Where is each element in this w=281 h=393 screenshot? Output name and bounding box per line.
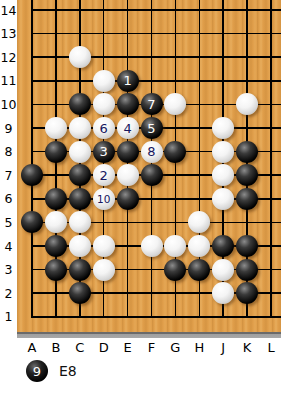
stone-white-F4 [141, 235, 163, 257]
stone-white-C8 [69, 141, 91, 163]
row-label-5: 5 [0, 215, 17, 230]
row-label-2: 2 [0, 286, 17, 301]
stone-white-C12 [69, 46, 91, 68]
stone-black-H3 [188, 259, 210, 281]
stone-white-E9: 4 [117, 117, 139, 139]
stone-white-D6: 10 [93, 188, 115, 210]
stone-white-J8 [212, 141, 234, 163]
stone-white-G4 [164, 235, 186, 257]
stone-black-G3 [164, 259, 186, 281]
stone-black-C2 [69, 282, 91, 304]
col-label-C: C [71, 340, 89, 355]
grid-line-row-1 [31, 316, 281, 318]
move-number-6: 6 [100, 122, 108, 135]
stone-black-K4 [236, 235, 258, 257]
grid-line-row-11 [31, 80, 281, 82]
stone-black-E11: 1 [117, 70, 139, 92]
stone-black-F9: 5 [141, 117, 163, 139]
col-label-H: H [190, 340, 208, 355]
row-label-1: 1 [0, 309, 17, 324]
stone-white-C4 [69, 235, 91, 257]
stone-black-G8 [164, 141, 186, 163]
stone-black-E8 [117, 141, 139, 163]
stone-black-B3 [45, 259, 67, 281]
grid-line-col-A [31, 0, 33, 318]
stone-white-G10 [164, 93, 186, 115]
row-label-10: 10 [0, 97, 17, 112]
footer-move-location: E8 [59, 363, 77, 379]
stone-white-J7 [212, 164, 234, 186]
footer-move-number: 9 [33, 365, 41, 378]
go-kifu-diagram: 1764538210 1413121110987654321 ABCDEFGHJ… [0, 0, 281, 393]
goban: 1764538210 [17, 0, 281, 332]
board-bottom-shadow [17, 332, 281, 338]
row-label-9: 9 [0, 121, 17, 136]
stone-white-D9: 6 [93, 117, 115, 139]
row-label-13: 13 [0, 26, 17, 41]
stone-black-C3 [69, 259, 91, 281]
stone-black-K6 [236, 188, 258, 210]
col-label-B: B [47, 340, 65, 355]
stone-black-C6 [69, 188, 91, 210]
column-labels: ABCDEFGHJKL [0, 340, 281, 355]
stone-white-J2 [212, 282, 234, 304]
col-label-K: K [238, 340, 256, 355]
row-label-12: 12 [0, 50, 17, 65]
stone-black-E6 [117, 188, 139, 210]
move-number-4: 4 [123, 122, 131, 135]
stone-black-C10 [69, 93, 91, 115]
stone-black-F7 [141, 164, 163, 186]
col-label-E: E [119, 340, 137, 355]
row-label-6: 6 [0, 191, 17, 206]
stone-black-K7 [236, 164, 258, 186]
stone-black-E10 [117, 93, 139, 115]
move-number-3: 3 [100, 145, 108, 158]
stone-white-J6 [212, 188, 234, 210]
stone-white-D7: 2 [93, 164, 115, 186]
stone-black-B8 [45, 141, 67, 163]
move-number-1: 1 [123, 74, 131, 87]
grid-line-row-13 [31, 33, 281, 35]
stone-black-K2 [236, 282, 258, 304]
row-label-14: 14 [0, 3, 17, 18]
col-label-F: F [143, 340, 161, 355]
row-labels: 1413121110987654321 [0, 0, 17, 332]
move-number-5: 5 [147, 122, 155, 135]
move-number-2: 2 [100, 169, 108, 182]
row-label-3: 3 [0, 262, 17, 277]
stone-black-F10: 7 [141, 93, 163, 115]
stone-black-B6 [45, 188, 67, 210]
row-label-11: 11 [0, 73, 17, 88]
stone-white-E7 [117, 164, 139, 186]
row-label-7: 7 [0, 168, 17, 183]
stone-black-K3 [236, 259, 258, 281]
stone-black-A5 [21, 211, 43, 233]
stone-white-B5 [45, 211, 67, 233]
move-annotation: 9 E8 [0, 357, 281, 385]
footer-move-stone: 9 [26, 360, 48, 382]
stone-black-B4 [45, 235, 67, 257]
stone-black-D8: 3 [93, 141, 115, 163]
stone-white-D3 [93, 259, 115, 281]
col-label-D: D [95, 340, 113, 355]
stone-black-K8 [236, 141, 258, 163]
stone-white-H5 [188, 211, 210, 233]
stone-white-C5 [69, 211, 91, 233]
stone-white-C9 [69, 117, 91, 139]
col-label-G: G [166, 340, 184, 355]
col-label-L: L [262, 340, 280, 355]
row-label-4: 4 [0, 239, 17, 254]
stone-white-J9 [212, 117, 234, 139]
col-label-J: J [214, 340, 232, 355]
stone-white-J3 [212, 259, 234, 281]
stone-black-J4 [212, 235, 234, 257]
stone-white-D11 [93, 70, 115, 92]
stone-black-A7 [21, 164, 43, 186]
grid-line-row-14 [31, 9, 281, 11]
col-label-A: A [23, 340, 41, 355]
stone-white-F8: 8 [141, 141, 163, 163]
stone-white-K10 [236, 93, 258, 115]
move-number-7: 7 [147, 98, 155, 111]
move-number-8: 8 [147, 145, 155, 158]
grid-line-col-L [270, 0, 272, 318]
row-label-8: 8 [0, 144, 17, 159]
stone-white-D10 [93, 93, 115, 115]
stone-black-C7 [69, 164, 91, 186]
move-number-10: 10 [97, 194, 110, 205]
stone-white-D4 [93, 235, 115, 257]
stone-white-H4 [188, 235, 210, 257]
stone-white-B9 [45, 117, 67, 139]
